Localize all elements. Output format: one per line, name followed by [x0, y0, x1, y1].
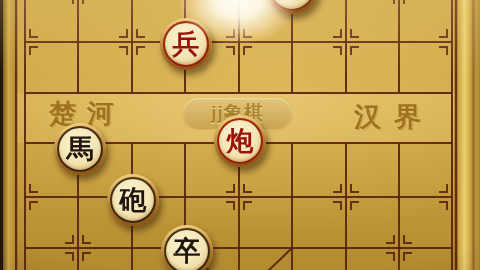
piece-red-soldier[interactable]: 兵: [160, 18, 212, 70]
piece-black-soldier[interactable]: 卒: [161, 225, 213, 270]
piece-ring: [163, 21, 209, 67]
river-label-han-jie: 汉界: [354, 104, 434, 131]
piece-ring: [57, 126, 103, 172]
board-frame-left: [3, 0, 15, 270]
xiangqi-board: 楚河 汉界 jj象棋 兵炮馬砲卒: [0, 0, 480, 270]
piece-ring: [217, 118, 263, 164]
piece-black-cannon[interactable]: 砲: [107, 174, 159, 226]
piece-red-cannon[interactable]: 炮: [214, 115, 266, 167]
board-frame-right: [458, 0, 480, 270]
piece-ring: [110, 177, 156, 223]
piece-black-horse[interactable]: 馬: [54, 123, 106, 175]
piece-ring: [164, 228, 210, 270]
